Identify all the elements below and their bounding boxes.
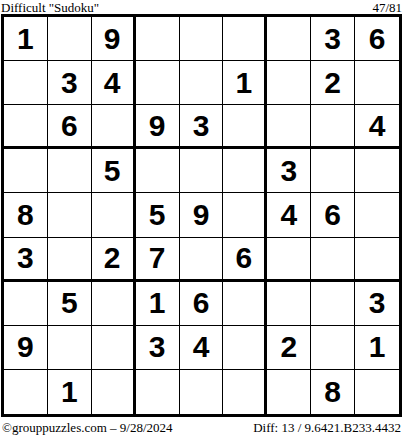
empty-cell-counter: 47/81 [372, 1, 402, 14]
sudoku-cell-r6c2[interactable] [48, 238, 92, 282]
sudoku-cell-r3c2[interactable]: 6 [48, 105, 92, 149]
sudoku-cell-r6c1[interactable]: 3 [4, 238, 48, 282]
sudoku-cell-r4c7[interactable]: 3 [267, 149, 311, 193]
sudoku-cell-r1c3[interactable]: 9 [92, 17, 136, 61]
sudoku-cell-r2c2[interactable]: 3 [48, 61, 92, 105]
sudoku-cell-r3c1[interactable] [4, 105, 48, 149]
sudoku-cell-r1c1[interactable]: 1 [4, 17, 48, 61]
sudoku-cell-r6c5[interactable] [180, 238, 224, 282]
sudoku-cell-r8c3[interactable] [92, 326, 136, 370]
sudoku-cell-r3c5[interactable]: 3 [180, 105, 224, 149]
sudoku-cell-r1c6[interactable] [223, 17, 267, 61]
sudoku-cell-r9c9[interactable] [355, 370, 399, 414]
sudoku-cell-r5c9[interactable] [355, 193, 399, 237]
sudoku-cell-r9c8[interactable]: 8 [311, 370, 355, 414]
sudoku-cell-r6c4[interactable]: 7 [136, 238, 180, 282]
header: Difficult "Sudoku" 47/81 [0, 0, 403, 14]
sudoku-cell-r8c7[interactable]: 2 [267, 326, 311, 370]
sudoku-cell-r3c8[interactable] [311, 105, 355, 149]
sudoku-cell-r3c6[interactable] [223, 105, 267, 149]
sudoku-cell-r4c4[interactable] [136, 149, 180, 193]
sudoku-cell-r9c7[interactable] [267, 370, 311, 414]
sudoku-cell-r4c8[interactable] [311, 149, 355, 193]
sudoku-cell-r3c3[interactable] [92, 105, 136, 149]
sudoku-cell-r9c4[interactable] [136, 370, 180, 414]
sudoku-board: 1936341269345385946327651639342118 [1, 14, 402, 417]
sudoku-cell-r8c5[interactable]: 4 [180, 326, 224, 370]
sudoku-cell-r5c6[interactable] [223, 193, 267, 237]
sudoku-cell-r9c1[interactable] [4, 370, 48, 414]
sudoku-cell-r4c3[interactable]: 5 [92, 149, 136, 193]
sudoku-cell-r8c1[interactable]: 9 [4, 326, 48, 370]
sudoku-cell-r4c5[interactable] [180, 149, 224, 193]
sudoku-cell-r6c7[interactable] [267, 238, 311, 282]
footer: ©grouppuzzles.com – 9/28/2024 Diff: 13 /… [0, 417, 403, 435]
sudoku-cell-r8c8[interactable] [311, 326, 355, 370]
sudoku-cell-r4c1[interactable] [4, 149, 48, 193]
sudoku-cell-r5c7[interactable]: 4 [267, 193, 311, 237]
sudoku-cell-r1c7[interactable] [267, 17, 311, 61]
puzzle-title: Difficult "Sudoku" [1, 1, 99, 14]
sudoku-cell-r1c4[interactable] [136, 17, 180, 61]
sudoku-cell-r6c6[interactable]: 6 [223, 238, 267, 282]
sudoku-cell-r5c4[interactable]: 5 [136, 193, 180, 237]
sudoku-cell-r4c9[interactable] [355, 149, 399, 193]
copyright-date: ©grouppuzzles.com – 9/28/2024 [2, 421, 173, 435]
sudoku-cell-r5c1[interactable]: 8 [4, 193, 48, 237]
sudoku-cell-r1c5[interactable] [180, 17, 224, 61]
sudoku-cell-r9c3[interactable] [92, 370, 136, 414]
sudoku-cell-r7c7[interactable] [267, 282, 311, 326]
sudoku-cell-r7c5[interactable]: 6 [180, 282, 224, 326]
sudoku-cell-r9c2[interactable]: 1 [48, 370, 92, 414]
sudoku-cell-r6c8[interactable] [311, 238, 355, 282]
sudoku-cell-r5c8[interactable]: 6 [311, 193, 355, 237]
sudoku-cell-r2c5[interactable] [180, 61, 224, 105]
sudoku-cell-r8c4[interactable]: 3 [136, 326, 180, 370]
sudoku-cell-r6c3[interactable]: 2 [92, 238, 136, 282]
sudoku-cell-r2c1[interactable] [4, 61, 48, 105]
sudoku-cell-r1c9[interactable]: 6 [355, 17, 399, 61]
sudoku-cell-r9c5[interactable] [180, 370, 224, 414]
sudoku-cell-r6c9[interactable] [355, 238, 399, 282]
sudoku-cell-r3c7[interactable] [267, 105, 311, 149]
sudoku-cell-r1c8[interactable]: 3 [311, 17, 355, 61]
sudoku-cell-r2c4[interactable] [136, 61, 180, 105]
sudoku-cell-r8c2[interactable] [48, 326, 92, 370]
sudoku-cell-r5c2[interactable] [48, 193, 92, 237]
sudoku-cell-r2c3[interactable]: 4 [92, 61, 136, 105]
sudoku-cell-r5c5[interactable]: 9 [180, 193, 224, 237]
sudoku-page: Difficult "Sudoku" 47/81 193634126934538… [0, 0, 403, 437]
sudoku-cell-r4c2[interactable] [48, 149, 92, 193]
sudoku-cell-r4c6[interactable] [223, 149, 267, 193]
sudoku-cell-r3c9[interactable]: 4 [355, 105, 399, 149]
sudoku-cell-r2c8[interactable]: 2 [311, 61, 355, 105]
sudoku-cell-r7c2[interactable]: 5 [48, 282, 92, 326]
sudoku-cell-r5c3[interactable] [92, 193, 136, 237]
sudoku-cell-r9c6[interactable] [223, 370, 267, 414]
sudoku-cell-r7c9[interactable]: 3 [355, 282, 399, 326]
sudoku-cell-r2c9[interactable] [355, 61, 399, 105]
sudoku-cell-r8c9[interactable]: 1 [355, 326, 399, 370]
sudoku-cell-r8c6[interactable] [223, 326, 267, 370]
sudoku-cell-r7c8[interactable] [311, 282, 355, 326]
sudoku-cell-r2c7[interactable] [267, 61, 311, 105]
sudoku-cell-r7c4[interactable]: 1 [136, 282, 180, 326]
sudoku-cell-r7c6[interactable] [223, 282, 267, 326]
difficulty-code: Diff: 13 / 9.6421.B233.4432 [253, 421, 401, 435]
sudoku-cell-r7c3[interactable] [92, 282, 136, 326]
sudoku-cell-r7c1[interactable] [4, 282, 48, 326]
sudoku-cell-r2c6[interactable]: 1 [223, 61, 267, 105]
sudoku-cell-r1c2[interactable] [48, 17, 92, 61]
sudoku-cell-r3c4[interactable]: 9 [136, 105, 180, 149]
